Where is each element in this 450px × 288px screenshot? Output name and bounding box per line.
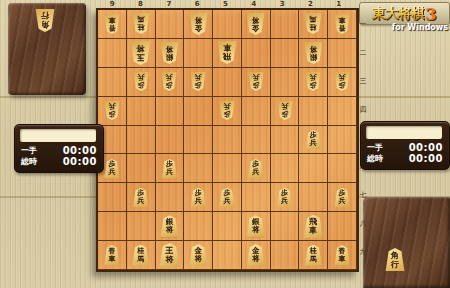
piece-kanji: 歩 [252, 82, 259, 90]
cell-89[interactable]: 桂馬 [127, 241, 156, 270]
cell-87[interactable]: 歩兵 [127, 183, 156, 212]
sente-rook-piece[interactable]: 飛車 [303, 215, 323, 238]
cell-66[interactable] [184, 154, 213, 183]
cell-31[interactable] [271, 10, 300, 39]
cell-23[interactable]: 歩兵 [299, 68, 328, 97]
cell-35[interactable] [271, 126, 300, 155]
sente-pawn-piece[interactable]: 歩兵 [277, 188, 293, 207]
shogi-board: 香車桂馬金将金将桂馬香車玉将銀将飛車銀将歩兵歩兵歩兵歩兵歩兵歩兵歩兵歩兵歩兵歩兵… [96, 8, 359, 272]
sente-pawn-piece[interactable]: 歩兵 [190, 188, 206, 207]
piece-kanji: 兵 [252, 74, 259, 82]
gote-pawn-piece[interactable]: 歩兵 [104, 101, 120, 120]
gote-move-time: 00:00 [63, 145, 97, 156]
sente-pawn-piece[interactable]: 歩兵 [161, 159, 177, 178]
cell-73[interactable]: 歩兵 [156, 68, 185, 97]
gote-player-name-box [20, 129, 96, 142]
piece-kanji: 兵 [108, 103, 115, 111]
gote-clock-panel: 一手 00:00 総時 00:00 [14, 124, 104, 173]
piece-kanji: 車 [339, 16, 346, 24]
piece-kanji: 兵 [108, 168, 115, 176]
cell-11[interactable]: 香車 [328, 10, 357, 39]
rank-label-3: 三 [358, 67, 368, 95]
piece-kanji: 兵 [339, 74, 346, 82]
cell-67[interactable]: 歩兵 [184, 183, 213, 212]
cell-86[interactable] [127, 154, 156, 183]
sente-king-piece[interactable]: 王将 [159, 243, 180, 267]
piece-kanji: 将 [194, 15, 202, 24]
piece-kanji: 銀 [166, 53, 174, 62]
cell-33[interactable] [271, 68, 300, 97]
cell-43[interactable]: 歩兵 [242, 68, 271, 97]
sente-lance-piece[interactable]: 香車 [334, 245, 350, 265]
piece-kanji: 将 [252, 15, 260, 24]
cell-17[interactable]: 歩兵 [328, 183, 357, 212]
gote-gold-piece[interactable]: 金将 [246, 13, 265, 35]
piece-kanji: 兵 [252, 168, 259, 176]
cell-38[interactable] [271, 212, 300, 241]
piece-kanji: 兵 [223, 197, 230, 205]
cell-26[interactable] [299, 154, 328, 183]
gote-move-time-label: 一手 [21, 145, 37, 156]
cell-57[interactable]: 歩兵 [213, 183, 242, 212]
cell-91[interactable]: 香車 [98, 10, 127, 39]
piece-kanji: 桂 [137, 247, 144, 255]
file-label-4: 4 [240, 0, 268, 8]
cell-32[interactable] [271, 39, 300, 68]
piece-kanji: 金 [194, 24, 202, 33]
gote-gold-piece[interactable]: 金将 [189, 13, 208, 35]
cell-58[interactable] [213, 212, 242, 241]
piece-kanji: 行 [391, 260, 399, 269]
piece-kanji: 将 [137, 44, 145, 53]
piece-kanji: 兵 [281, 103, 288, 111]
piece-kanji: 歩 [137, 82, 144, 90]
gote-king-piece[interactable]: 玉将 [130, 41, 151, 65]
cell-62[interactable] [184, 39, 213, 68]
cell-77[interactable] [156, 183, 185, 212]
file-label-8: 8 [126, 0, 154, 8]
piece-kanji: 兵 [137, 74, 144, 82]
rank-label-8: 八 [358, 209, 368, 237]
piece-kanji: 飛 [309, 217, 317, 226]
file-label-9: 9 [98, 0, 126, 8]
cell-71[interactable] [156, 10, 185, 39]
piece-kanji: 馬 [137, 255, 144, 263]
file-label-7: 7 [155, 0, 183, 8]
app-logo-number: 3 [425, 4, 437, 24]
file-label-5: 5 [211, 0, 239, 8]
cell-97[interactable] [98, 183, 127, 212]
cell-36[interactable] [271, 154, 300, 183]
cell-76[interactable]: 歩兵 [156, 154, 185, 183]
piece-kanji: 馬 [310, 16, 317, 24]
cell-59[interactable] [213, 241, 242, 270]
sente-total-time-label: 総時 [367, 153, 383, 164]
cell-88[interactable] [127, 212, 156, 241]
cell-75[interactable] [156, 126, 185, 155]
cell-51[interactable] [213, 10, 242, 39]
game-window: 東大将棋 3 for Windows 角行 角行 987654321 一二三四五… [0, 0, 450, 288]
sente-bishop-piece[interactable]: 角行 [385, 248, 405, 271]
app-logo: 東大将棋 3 [359, 2, 450, 25]
piece-kanji: 香 [339, 247, 346, 255]
gote-pawn-piece[interactable]: 歩兵 [219, 101, 235, 120]
piece-kanji: 金 [252, 24, 260, 33]
piece-kanji: 歩 [166, 82, 173, 90]
piece-kanji: 王 [165, 246, 173, 255]
rank-label-1: 一 [358, 10, 368, 38]
piece-kanji: 香 [108, 247, 115, 255]
cell-14[interactable] [328, 97, 357, 126]
gote-total-time-label: 総時 [21, 156, 37, 167]
sente-knight-piece[interactable]: 桂馬 [304, 245, 322, 266]
file-label-3: 3 [268, 0, 296, 8]
gote-bishop-piece[interactable]: 角行 [35, 9, 55, 32]
cell-45[interactable] [242, 126, 271, 155]
cell-78[interactable]: 銀将 [156, 212, 185, 241]
gote-rook-piece[interactable]: 飛車 [217, 41, 237, 64]
cell-63[interactable]: 歩兵 [184, 68, 213, 97]
sente-move-time: 00:00 [409, 142, 443, 153]
piece-kanji: 兵 [310, 139, 317, 147]
board-grid: 香車桂馬金将金将桂馬香車玉将銀将飛車銀将歩兵歩兵歩兵歩兵歩兵歩兵歩兵歩兵歩兵歩兵… [98, 10, 357, 270]
cell-48[interactable]: 銀将 [242, 212, 271, 241]
piece-kanji: 飛 [223, 53, 231, 62]
cell-13[interactable]: 歩兵 [328, 68, 357, 97]
piece-kanji: 歩 [195, 82, 202, 90]
gote-pawn-piece[interactable]: 歩兵 [161, 72, 177, 91]
piece-kanji: 兵 [195, 197, 202, 205]
sente-pawn-piece[interactable]: 歩兵 [133, 188, 149, 207]
cell-65[interactable] [184, 126, 213, 155]
piece-kanji: 将 [165, 255, 173, 264]
piece-kanji: 馬 [137, 16, 144, 24]
piece-kanji: 歩 [281, 111, 288, 119]
cell-27[interactable] [299, 183, 328, 212]
piece-kanji: 兵 [281, 197, 288, 205]
piece-kanji: 玉 [137, 53, 145, 62]
gote-hand: 角行 [35, 9, 55, 32]
cell-52[interactable]: 飛車 [213, 39, 242, 68]
gote-piece-stand[interactable]: 角行 [8, 3, 86, 95]
sente-hand: 角行 [385, 248, 405, 271]
cell-98[interactable] [98, 212, 127, 241]
cell-46[interactable]: 歩兵 [242, 154, 271, 183]
rank-label-7: 七 [358, 181, 368, 209]
cell-84[interactable] [127, 97, 156, 126]
cell-47[interactable] [242, 183, 271, 212]
piece-kanji: 桂 [310, 24, 317, 32]
sente-pawn-piece[interactable]: 歩兵 [248, 159, 264, 178]
file-label-1: 1 [325, 0, 353, 8]
sente-pawn-piece[interactable]: 歩兵 [334, 188, 350, 207]
sente-clock-panel: 一手 00:00 総時 00:00 [360, 121, 450, 170]
piece-kanji: 将 [252, 255, 260, 264]
piece-kanji: 桂 [310, 247, 317, 255]
cell-55[interactable] [213, 126, 242, 155]
sente-move-time-label: 一手 [367, 142, 383, 153]
cell-49[interactable]: 金将 [242, 241, 271, 270]
cell-18[interactable] [328, 212, 357, 241]
cell-64[interactable] [184, 97, 213, 126]
gote-lance-piece[interactable]: 香車 [104, 14, 120, 34]
piece-kanji: 将 [166, 226, 174, 235]
piece-kanji: 車 [108, 16, 115, 24]
cell-94[interactable]: 歩兵 [98, 97, 127, 126]
sente-player-name-box [366, 126, 442, 139]
gote-pawn-piece[interactable]: 歩兵 [190, 72, 206, 91]
cell-28[interactable]: 飛車 [299, 212, 328, 241]
sente-piece-stand[interactable]: 角行 [363, 197, 450, 288]
piece-kanji: 将 [194, 255, 202, 264]
cell-12[interactable] [328, 39, 357, 68]
rank-label-9: 九 [358, 238, 368, 266]
file-labels: 987654321 [98, 0, 353, 8]
gote-silver-piece[interactable]: 銀将 [160, 42, 179, 64]
cell-68[interactable] [184, 212, 213, 241]
cell-21[interactable]: 桂馬 [299, 10, 328, 39]
sente-gold-piece[interactable]: 金将 [246, 244, 265, 266]
piece-kanji: 兵 [223, 103, 230, 111]
cell-25[interactable]: 歩兵 [299, 126, 328, 155]
piece-kanji: 車 [223, 44, 231, 53]
file-label-6: 6 [183, 0, 211, 8]
cell-15[interactable] [328, 126, 357, 155]
gote-knight-piece[interactable]: 桂馬 [304, 13, 322, 34]
piece-kanji: 車 [339, 255, 346, 263]
cell-72[interactable]: 銀将 [156, 39, 185, 68]
piece-kanji: 車 [108, 255, 115, 263]
rank-label-2: 二 [358, 38, 368, 66]
cell-69[interactable]: 金将 [184, 241, 213, 270]
piece-kanji: 車 [309, 226, 317, 235]
sente-knight-piece[interactable]: 桂馬 [132, 245, 150, 266]
cell-22[interactable]: 銀将 [299, 39, 328, 68]
cell-34[interactable]: 歩兵 [271, 97, 300, 126]
cell-53[interactable] [213, 68, 242, 97]
cell-44[interactable] [242, 97, 271, 126]
piece-kanji: 兵 [339, 197, 346, 205]
cell-92[interactable] [98, 39, 127, 68]
piece-kanji: 歩 [223, 111, 230, 119]
cell-39[interactable] [271, 241, 300, 270]
piece-kanji: 銀 [310, 53, 318, 62]
cell-19[interactable]: 香車 [328, 241, 357, 270]
cell-82[interactable]: 玉将 [127, 39, 156, 68]
gote-pawn-piece[interactable]: 歩兵 [334, 72, 350, 91]
piece-kanji: 将 [310, 44, 318, 53]
cell-29[interactable]: 桂馬 [299, 241, 328, 270]
cell-54[interactable]: 歩兵 [213, 97, 242, 126]
sente-silver-piece[interactable]: 銀将 [160, 215, 179, 237]
piece-kanji: 兵 [310, 74, 317, 82]
app-logo-title: 東大将棋 [372, 5, 424, 23]
piece-kanji: 歩 [108, 111, 115, 119]
piece-kanji: 角 [41, 21, 49, 30]
cell-37[interactable]: 歩兵 [271, 183, 300, 212]
piece-kanji: 兵 [166, 74, 173, 82]
piece-kanji: 香 [108, 24, 115, 32]
cell-99[interactable]: 香車 [98, 241, 127, 270]
sente-gold-piece[interactable]: 金将 [189, 244, 208, 266]
gote-silver-piece[interactable]: 銀将 [304, 42, 323, 64]
gote-pawn-piece[interactable]: 歩兵 [277, 101, 293, 120]
file-label-2: 2 [296, 0, 324, 8]
piece-kanji: 馬 [310, 255, 317, 263]
gote-knight-piece[interactable]: 桂馬 [132, 13, 150, 34]
gote-pawn-piece[interactable]: 歩兵 [133, 72, 149, 91]
piece-kanji: 桂 [137, 24, 144, 32]
piece-kanji: 兵 [137, 197, 144, 205]
piece-kanji: 兵 [195, 74, 202, 82]
piece-kanji: 兵 [166, 168, 173, 176]
piece-kanji: 行 [41, 12, 49, 21]
piece-kanji: 香 [339, 24, 346, 32]
piece-kanji: 歩 [310, 82, 317, 90]
sente-silver-piece[interactable]: 銀将 [246, 215, 265, 237]
app-logo-subtitle: for Windows [380, 23, 448, 32]
cell-79[interactable]: 王将 [156, 241, 185, 270]
cell-42[interactable] [242, 39, 271, 68]
cell-16[interactable] [328, 154, 357, 183]
piece-kanji: 歩 [339, 82, 346, 90]
cell-24[interactable] [299, 97, 328, 126]
sente-pawn-piece[interactable]: 歩兵 [219, 188, 235, 207]
cell-85[interactable] [127, 126, 156, 155]
gote-pawn-piece[interactable]: 歩兵 [305, 72, 321, 91]
cell-83[interactable]: 歩兵 [127, 68, 156, 97]
sente-pawn-piece[interactable]: 歩兵 [305, 130, 321, 149]
piece-kanji: 角 [391, 251, 399, 260]
gote-pawn-piece[interactable]: 歩兵 [248, 72, 264, 91]
sente-lance-piece[interactable]: 香車 [104, 245, 120, 265]
cell-93[interactable] [98, 68, 127, 97]
cell-81[interactable]: 桂馬 [127, 10, 156, 39]
cell-61[interactable]: 金将 [184, 10, 213, 39]
cell-56[interactable] [213, 154, 242, 183]
cell-74[interactable] [156, 97, 185, 126]
piece-kanji: 将 [166, 44, 174, 53]
gote-total-time: 00:00 [63, 156, 97, 167]
rank-label-4: 四 [358, 95, 368, 123]
sente-total-time: 00:00 [409, 153, 443, 164]
sente-pawn-piece[interactable]: 歩兵 [104, 159, 120, 178]
gote-lance-piece[interactable]: 香車 [334, 14, 350, 34]
piece-kanji: 将 [252, 226, 260, 235]
cell-41[interactable]: 金将 [242, 10, 271, 39]
